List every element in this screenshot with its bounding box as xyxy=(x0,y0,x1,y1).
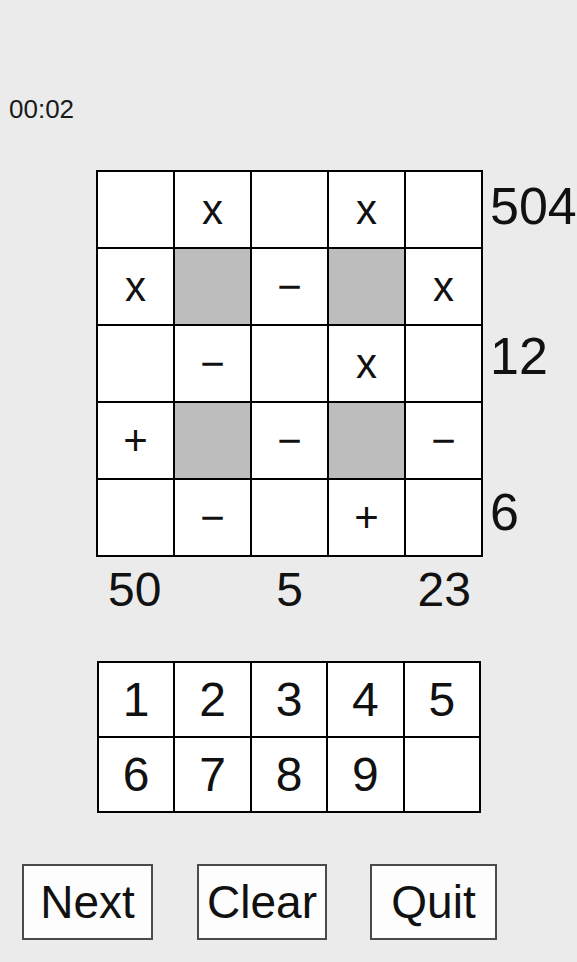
next-button[interactable]: Next xyxy=(22,864,153,940)
pad-key-8[interactable]: 8 xyxy=(252,738,326,811)
operator-cell-r3c4: x xyxy=(329,326,404,401)
operator-cell-r1c2: x xyxy=(175,172,250,247)
entry-cell-r5c3[interactable] xyxy=(252,480,327,555)
pad-key-3[interactable]: 3 xyxy=(252,663,326,736)
puzzle-grid: xxx−x−x+−−−+ xyxy=(96,170,483,557)
operator-cell-r1c4: x xyxy=(329,172,404,247)
pad-key-6[interactable]: 6 xyxy=(99,738,173,811)
operator-cell-r4c3: − xyxy=(252,403,327,478)
entry-cell-r5c1[interactable] xyxy=(98,480,173,555)
row-target-3: 12 xyxy=(490,316,548,396)
entry-cell-r1c3[interactable] xyxy=(252,172,327,247)
entry-cell-r1c5[interactable] xyxy=(406,172,481,247)
blocked-cell-r4c2 xyxy=(175,403,250,478)
entry-cell-r3c3[interactable] xyxy=(252,326,327,401)
operator-cell-r2c1: x xyxy=(98,249,173,324)
operator-cell-r5c4: + xyxy=(329,480,404,555)
operator-cell-r5c2: − xyxy=(175,480,250,555)
row-target-5: 6 xyxy=(490,472,519,552)
pad-key-4[interactable]: 4 xyxy=(328,663,402,736)
row-target-1: 504 xyxy=(490,166,577,246)
entry-cell-r5c5[interactable] xyxy=(406,480,481,555)
pad-key-7[interactable]: 7 xyxy=(175,738,249,811)
operator-cell-r2c3: − xyxy=(252,249,327,324)
quit-button[interactable]: Quit xyxy=(370,864,497,940)
blocked-cell-r2c4 xyxy=(329,249,404,324)
pad-key-blank[interactable] xyxy=(405,738,479,811)
pad-key-5[interactable]: 5 xyxy=(405,663,479,736)
entry-cell-r3c1[interactable] xyxy=(98,326,173,401)
operator-cell-r2c5: x xyxy=(406,249,481,324)
pad-key-1[interactable]: 1 xyxy=(99,663,173,736)
pad-key-9[interactable]: 9 xyxy=(328,738,402,811)
col-target-3: 5 xyxy=(251,560,328,618)
operator-cell-r3c2: − xyxy=(175,326,250,401)
pad-key-2[interactable]: 2 xyxy=(175,663,249,736)
timer: 00:02 xyxy=(9,94,74,125)
entry-cell-r3c5[interactable] xyxy=(406,326,481,401)
blocked-cell-r2c2 xyxy=(175,249,250,324)
operator-cell-r4c5: − xyxy=(406,403,481,478)
blocked-cell-r4c4 xyxy=(329,403,404,478)
operator-cell-r4c1: + xyxy=(98,403,173,478)
number-pad: 123456789 xyxy=(97,661,481,813)
column-targets: 50 5 23 xyxy=(96,560,483,618)
clear-button[interactable]: Clear xyxy=(197,864,327,940)
col-target-1: 50 xyxy=(96,560,173,618)
entry-cell-r1c1[interactable] xyxy=(98,172,173,247)
col-target-5: 23 xyxy=(406,560,483,618)
